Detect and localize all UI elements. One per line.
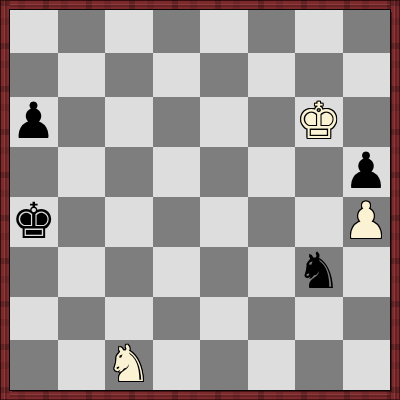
square-b7[interactable]: [58, 53, 106, 96]
chessboard-window: ♟♚♟♚♟♞♞: [0, 0, 400, 400]
square-f5[interactable]: [248, 147, 296, 197]
square-b3[interactable]: [58, 247, 106, 297]
square-d2[interactable]: [153, 297, 201, 340]
square-b6[interactable]: [58, 97, 106, 147]
square-a3[interactable]: [10, 247, 58, 297]
piece-white-king[interactable]: ♚: [296, 96, 341, 146]
chess-board: ♟♚♟♚♟♞♞: [10, 10, 390, 390]
square-g7[interactable]: [295, 53, 343, 96]
square-f1[interactable]: [248, 340, 296, 390]
square-a5[interactable]: [10, 147, 58, 197]
square-h2[interactable]: [343, 297, 391, 340]
square-b8[interactable]: [58, 10, 106, 53]
square-g3[interactable]: ♞: [295, 247, 343, 297]
square-c7[interactable]: [105, 53, 153, 96]
piece-black-king[interactable]: ♚: [11, 196, 56, 246]
square-d4[interactable]: [153, 197, 201, 247]
square-b5[interactable]: [58, 147, 106, 197]
square-a7[interactable]: [10, 53, 58, 96]
square-b4[interactable]: [58, 197, 106, 247]
square-e7[interactable]: [200, 53, 248, 96]
square-g5[interactable]: [295, 147, 343, 197]
square-g4[interactable]: [295, 197, 343, 247]
square-d6[interactable]: [153, 97, 201, 147]
square-h7[interactable]: [343, 53, 391, 96]
square-a4[interactable]: ♚: [10, 197, 58, 247]
square-c1[interactable]: ♞: [105, 340, 153, 390]
square-b2[interactable]: [58, 297, 106, 340]
square-g2[interactable]: [295, 297, 343, 340]
square-h3[interactable]: [343, 247, 391, 297]
square-a6[interactable]: ♟: [10, 97, 58, 147]
square-c5[interactable]: [105, 147, 153, 197]
square-c8[interactable]: [105, 10, 153, 53]
square-e5[interactable]: [200, 147, 248, 197]
square-a2[interactable]: [10, 297, 58, 340]
square-d5[interactable]: [153, 147, 201, 197]
piece-black-pawn[interactable]: ♟: [344, 146, 389, 196]
square-f4[interactable]: [248, 197, 296, 247]
square-e4[interactable]: [200, 197, 248, 247]
square-e2[interactable]: [200, 297, 248, 340]
square-e8[interactable]: [200, 10, 248, 53]
board-frame-top: [0, 0, 400, 10]
square-c2[interactable]: [105, 297, 153, 340]
square-d3[interactable]: [153, 247, 201, 297]
square-g8[interactable]: [295, 10, 343, 53]
board-frame-right: [390, 0, 400, 400]
square-e6[interactable]: [200, 97, 248, 147]
square-h8[interactable]: [343, 10, 391, 53]
board-frame-left: [0, 0, 10, 400]
square-f6[interactable]: [248, 97, 296, 147]
square-d1[interactable]: [153, 340, 201, 390]
square-f3[interactable]: [248, 247, 296, 297]
square-g6[interactable]: ♚: [295, 97, 343, 147]
square-d8[interactable]: [153, 10, 201, 53]
square-f2[interactable]: [248, 297, 296, 340]
piece-white-pawn[interactable]: ♟: [344, 196, 389, 246]
square-h6[interactable]: [343, 97, 391, 147]
square-f7[interactable]: [248, 53, 296, 96]
piece-black-pawn[interactable]: ♟: [11, 96, 56, 146]
square-a1[interactable]: [10, 340, 58, 390]
square-e1[interactable]: [200, 340, 248, 390]
square-h1[interactable]: [343, 340, 391, 390]
square-h4[interactable]: ♟: [343, 197, 391, 247]
square-c3[interactable]: [105, 247, 153, 297]
piece-white-knight[interactable]: ♞: [106, 339, 151, 389]
board-frame-bottom: [0, 390, 400, 400]
square-h5[interactable]: ♟: [343, 147, 391, 197]
square-b1[interactable]: [58, 340, 106, 390]
square-d7[interactable]: [153, 53, 201, 96]
square-c4[interactable]: [105, 197, 153, 247]
square-e3[interactable]: [200, 247, 248, 297]
square-g1[interactable]: [295, 340, 343, 390]
square-f8[interactable]: [248, 10, 296, 53]
square-a8[interactable]: [10, 10, 58, 53]
piece-black-knight[interactable]: ♞: [296, 246, 341, 296]
square-c6[interactable]: [105, 97, 153, 147]
